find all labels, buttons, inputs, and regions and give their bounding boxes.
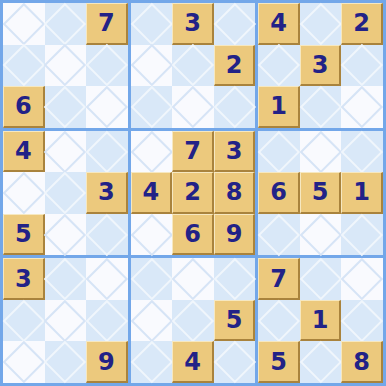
cell-r3c6[interactable] bbox=[214, 86, 256, 128]
cell-r9c1[interactable] bbox=[3, 341, 45, 383]
cell-r5c8-given: 5 bbox=[300, 172, 342, 214]
given-digit: 6 bbox=[15, 94, 32, 118]
given-digit: 9 bbox=[98, 350, 115, 374]
cell-r4c9[interactable] bbox=[341, 131, 383, 173]
cell-r9c7-given: 5 bbox=[258, 341, 300, 383]
cell-r7c2[interactable] bbox=[45, 258, 87, 300]
cell-r4c1-given: 4 bbox=[3, 131, 45, 173]
cell-r4c8[interactable] bbox=[300, 131, 342, 173]
cell-r6c7[interactable] bbox=[258, 214, 300, 256]
given-digit: 4 bbox=[15, 139, 32, 163]
sudoku-board: 73422361473342865156937519458 bbox=[0, 0, 386, 386]
given-digit: 7 bbox=[270, 267, 287, 291]
cell-r3c5[interactable] bbox=[172, 86, 214, 128]
cell-r3c7-given: 1 bbox=[258, 86, 300, 128]
cell-r4c6-given: 3 bbox=[214, 131, 256, 173]
cell-r7c7-given: 7 bbox=[258, 258, 300, 300]
cell-r5c1[interactable] bbox=[3, 172, 45, 214]
given-digit: 3 bbox=[226, 139, 243, 163]
given-digit: 4 bbox=[143, 180, 160, 204]
cell-r6c8[interactable] bbox=[300, 214, 342, 256]
cell-r1c7-given: 4 bbox=[258, 3, 300, 45]
cell-r2c3[interactable] bbox=[86, 45, 128, 87]
given-digit: 8 bbox=[226, 180, 243, 204]
cell-r8c4[interactable] bbox=[131, 300, 173, 342]
cell-r1c4[interactable] bbox=[131, 3, 173, 45]
given-digit: 1 bbox=[312, 308, 329, 332]
given-digit: 7 bbox=[184, 139, 201, 163]
cell-r9c6[interactable] bbox=[214, 341, 256, 383]
given-digit: 7 bbox=[98, 11, 115, 35]
cell-r9c2[interactable] bbox=[45, 341, 87, 383]
given-digit: 2 bbox=[184, 180, 201, 204]
given-digit: 2 bbox=[353, 11, 370, 35]
cell-r4c7[interactable] bbox=[258, 131, 300, 173]
cell-r6c2[interactable] bbox=[45, 214, 87, 256]
cell-r5c7-given: 6 bbox=[258, 172, 300, 214]
given-digit: 3 bbox=[184, 11, 201, 35]
cell-r7c6[interactable] bbox=[214, 258, 256, 300]
given-digit: 9 bbox=[226, 222, 243, 246]
given-digit: 8 bbox=[353, 350, 370, 374]
given-digit: 3 bbox=[98, 180, 115, 204]
cell-r8c1[interactable] bbox=[3, 300, 45, 342]
given-digit: 3 bbox=[312, 53, 329, 77]
cell-r2c2[interactable] bbox=[45, 45, 87, 87]
cell-r8c8-given: 1 bbox=[300, 300, 342, 342]
cell-r1c6[interactable] bbox=[214, 3, 256, 45]
cell-r5c6-given: 8 bbox=[214, 172, 256, 214]
cell-r6c6-given: 9 bbox=[214, 214, 256, 256]
cell-r6c9[interactable] bbox=[341, 214, 383, 256]
given-digit: 5 bbox=[312, 180, 329, 204]
cell-r3c1-given: 6 bbox=[3, 86, 45, 128]
cell-r2c7[interactable] bbox=[258, 45, 300, 87]
cell-r1c2[interactable] bbox=[45, 3, 87, 45]
cell-r4c2[interactable] bbox=[45, 131, 87, 173]
cell-r4c3[interactable] bbox=[86, 131, 128, 173]
given-digit: 2 bbox=[226, 53, 243, 77]
cell-r1c1[interactable] bbox=[3, 3, 45, 45]
cell-r6c5-given: 6 bbox=[172, 214, 214, 256]
cell-r5c5-given: 2 bbox=[172, 172, 214, 214]
cell-r7c8[interactable] bbox=[300, 258, 342, 300]
cell-r9c8[interactable] bbox=[300, 341, 342, 383]
cell-r8c6-given: 5 bbox=[214, 300, 256, 342]
cell-r4c4[interactable] bbox=[131, 131, 173, 173]
given-digit: 3 bbox=[15, 267, 32, 291]
given-digit: 4 bbox=[270, 11, 287, 35]
cell-r3c4[interactable] bbox=[131, 86, 173, 128]
cell-r8c7[interactable] bbox=[258, 300, 300, 342]
cell-r7c3[interactable] bbox=[86, 258, 128, 300]
cell-r8c3[interactable] bbox=[86, 300, 128, 342]
cell-r9c3-given: 9 bbox=[86, 341, 128, 383]
given-digit: 6 bbox=[270, 180, 287, 204]
given-digit: 4 bbox=[184, 350, 201, 374]
cell-r3c2[interactable] bbox=[45, 86, 87, 128]
cell-r2c5[interactable] bbox=[172, 45, 214, 87]
cell-r2c4[interactable] bbox=[131, 45, 173, 87]
cell-r7c4[interactable] bbox=[131, 258, 173, 300]
cell-r8c9[interactable] bbox=[341, 300, 383, 342]
cell-r1c5-given: 3 bbox=[172, 3, 214, 45]
cell-r5c2[interactable] bbox=[45, 172, 87, 214]
given-digit: 5 bbox=[15, 222, 32, 246]
cell-r2c1[interactable] bbox=[3, 45, 45, 87]
cell-r4c5-given: 7 bbox=[172, 131, 214, 173]
given-digit: 6 bbox=[184, 222, 201, 246]
cell-r9c5-given: 4 bbox=[172, 341, 214, 383]
cell-r8c5[interactable] bbox=[172, 300, 214, 342]
cell-r6c4[interactable] bbox=[131, 214, 173, 256]
cell-r2c9[interactable] bbox=[341, 45, 383, 87]
cell-r8c2[interactable] bbox=[45, 300, 87, 342]
cell-r5c4-given: 4 bbox=[131, 172, 173, 214]
given-digit: 1 bbox=[353, 180, 370, 204]
cell-r2c8-given: 3 bbox=[300, 45, 342, 87]
cell-r1c3-given: 7 bbox=[86, 3, 128, 45]
cell-r7c5[interactable] bbox=[172, 258, 214, 300]
cell-r6c3[interactable] bbox=[86, 214, 128, 256]
cell-r6c1-given: 5 bbox=[3, 214, 45, 256]
given-digit: 5 bbox=[270, 350, 287, 374]
cell-r7c9[interactable] bbox=[341, 258, 383, 300]
cell-r5c9-given: 1 bbox=[341, 172, 383, 214]
cell-r1c9-given: 2 bbox=[341, 3, 383, 45]
cell-r3c8[interactable] bbox=[300, 86, 342, 128]
cell-r7c1-given: 3 bbox=[3, 258, 45, 300]
cell-r1c8[interactable] bbox=[300, 3, 342, 45]
given-digit: 5 bbox=[226, 308, 243, 332]
cell-r2c6-given: 2 bbox=[214, 45, 256, 87]
given-digit: 1 bbox=[270, 94, 287, 118]
cell-r3c3[interactable] bbox=[86, 86, 128, 128]
cell-r9c4[interactable] bbox=[131, 341, 173, 383]
cell-r5c3-given: 3 bbox=[86, 172, 128, 214]
cell-r9c9-given: 8 bbox=[341, 341, 383, 383]
cell-r3c9[interactable] bbox=[341, 86, 383, 128]
